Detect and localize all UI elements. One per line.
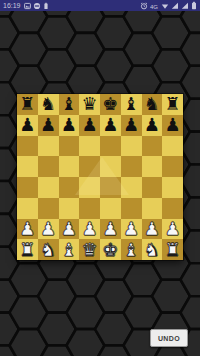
square-f5[interactable] bbox=[121, 156, 142, 177]
square-e1[interactable]: ♚ bbox=[100, 239, 121, 260]
status-bar-left: 16:19 bbox=[3, 0, 49, 11]
piece-black-bishop: ♝ bbox=[61, 95, 77, 113]
square-f8[interactable]: ♝ bbox=[121, 94, 142, 115]
square-d1[interactable]: ♛ bbox=[79, 239, 100, 260]
square-g5[interactable] bbox=[142, 156, 163, 177]
square-h2[interactable]: ♟ bbox=[162, 219, 183, 240]
wifi-icon bbox=[161, 2, 169, 10]
square-a3[interactable] bbox=[17, 198, 38, 219]
battery-notification-icon bbox=[43, 2, 49, 10]
piece-white-rook: ♜ bbox=[165, 241, 181, 259]
piece-black-rook: ♜ bbox=[19, 95, 35, 113]
piece-black-pawn: ♟ bbox=[82, 116, 98, 134]
square-b5[interactable] bbox=[38, 156, 59, 177]
square-c5[interactable] bbox=[59, 156, 80, 177]
square-g1[interactable]: ♞ bbox=[142, 239, 163, 260]
piece-black-rook: ♜ bbox=[165, 95, 181, 113]
piece-white-knight: ♞ bbox=[144, 241, 160, 259]
piece-black-pawn: ♟ bbox=[165, 116, 181, 134]
square-g6[interactable] bbox=[142, 136, 163, 157]
piece-white-queen: ♛ bbox=[82, 241, 98, 259]
square-e3[interactable] bbox=[100, 198, 121, 219]
piece-black-knight: ♞ bbox=[144, 95, 160, 113]
square-d4[interactable] bbox=[79, 177, 100, 198]
piece-black-pawn: ♟ bbox=[102, 116, 118, 134]
square-a8[interactable]: ♜ bbox=[17, 94, 38, 115]
square-f6[interactable] bbox=[121, 136, 142, 157]
square-e2[interactable]: ♟ bbox=[100, 219, 121, 240]
square-c8[interactable]: ♝ bbox=[59, 94, 80, 115]
square-g3[interactable] bbox=[142, 198, 163, 219]
square-b1[interactable]: ♞ bbox=[38, 239, 59, 260]
square-g7[interactable]: ♟ bbox=[142, 115, 163, 136]
square-h5[interactable] bbox=[162, 156, 183, 177]
piece-black-bishop: ♝ bbox=[123, 95, 139, 113]
square-h6[interactable] bbox=[162, 136, 183, 157]
chess-board: ♜♞♝♛♚♝♞♜♟♟♟♟♟♟♟♟♟♟♟♟♟♟♟♟♜♞♝♛♚♝♞♜ bbox=[17, 94, 183, 260]
status-time: 16:19 bbox=[3, 0, 21, 11]
battery-icon bbox=[191, 1, 197, 10]
square-d7[interactable]: ♟ bbox=[79, 115, 100, 136]
piece-black-pawn: ♟ bbox=[40, 116, 56, 134]
piece-white-pawn: ♟ bbox=[144, 220, 160, 238]
square-c1[interactable]: ♝ bbox=[59, 239, 80, 260]
square-e5[interactable] bbox=[100, 156, 121, 177]
image-notification-icon bbox=[24, 2, 31, 10]
piece-black-pawn: ♟ bbox=[19, 116, 35, 134]
piece-white-pawn: ♟ bbox=[123, 220, 139, 238]
piece-black-pawn: ♟ bbox=[144, 116, 160, 134]
square-a1[interactable]: ♜ bbox=[17, 239, 38, 260]
square-c7[interactable]: ♟ bbox=[59, 115, 80, 136]
piece-white-pawn: ♟ bbox=[40, 220, 56, 238]
piece-black-pawn: ♟ bbox=[61, 116, 77, 134]
undo-button[interactable]: UNDO bbox=[150, 329, 188, 347]
square-b2[interactable]: ♟ bbox=[38, 219, 59, 240]
square-g2[interactable]: ♟ bbox=[142, 219, 163, 240]
square-a6[interactable] bbox=[17, 136, 38, 157]
square-a7[interactable]: ♟ bbox=[17, 115, 38, 136]
piece-white-pawn: ♟ bbox=[61, 220, 77, 238]
square-e7[interactable]: ♟ bbox=[100, 115, 121, 136]
square-h3[interactable] bbox=[162, 198, 183, 219]
piece-white-pawn: ♟ bbox=[19, 220, 35, 238]
square-f3[interactable] bbox=[121, 198, 142, 219]
square-b3[interactable] bbox=[38, 198, 59, 219]
alarm-icon bbox=[140, 2, 148, 10]
piece-white-rook: ♜ bbox=[19, 241, 35, 259]
square-d3[interactable] bbox=[79, 198, 100, 219]
square-c3[interactable] bbox=[59, 198, 80, 219]
square-f4[interactable] bbox=[121, 177, 142, 198]
square-c4[interactable] bbox=[59, 177, 80, 198]
square-h7[interactable]: ♟ bbox=[162, 115, 183, 136]
square-c6[interactable] bbox=[59, 136, 80, 157]
piece-white-bishop: ♝ bbox=[61, 241, 77, 259]
piece-black-knight: ♞ bbox=[40, 95, 56, 113]
phone-screen: 16:19 4G bbox=[0, 0, 200, 356]
square-b4[interactable] bbox=[38, 177, 59, 198]
square-d6[interactable] bbox=[79, 136, 100, 157]
square-h4[interactable] bbox=[162, 177, 183, 198]
square-d8[interactable]: ♛ bbox=[79, 94, 100, 115]
square-f7[interactable]: ♟ bbox=[121, 115, 142, 136]
square-h8[interactable]: ♜ bbox=[162, 94, 183, 115]
piece-white-knight: ♞ bbox=[40, 241, 56, 259]
square-g4[interactable] bbox=[142, 177, 163, 198]
piece-black-pawn: ♟ bbox=[123, 116, 139, 134]
do-not-disturb-icon bbox=[33, 2, 41, 10]
square-d5[interactable] bbox=[79, 156, 100, 177]
square-e6[interactable] bbox=[100, 136, 121, 157]
square-a2[interactable]: ♟ bbox=[17, 219, 38, 240]
square-e8[interactable]: ♚ bbox=[100, 94, 121, 115]
square-g8[interactable]: ♞ bbox=[142, 94, 163, 115]
square-c2[interactable]: ♟ bbox=[59, 219, 80, 240]
square-b6[interactable] bbox=[38, 136, 59, 157]
square-b8[interactable]: ♞ bbox=[38, 94, 59, 115]
status-bar: 16:19 4G bbox=[0, 0, 200, 11]
square-a4[interactable] bbox=[17, 177, 38, 198]
square-b7[interactable]: ♟ bbox=[38, 115, 59, 136]
signal-sim1-icon bbox=[171, 2, 179, 10]
piece-white-pawn: ♟ bbox=[102, 220, 118, 238]
piece-black-queen: ♛ bbox=[82, 95, 98, 113]
piece-white-pawn: ♟ bbox=[165, 220, 181, 238]
square-a5[interactable] bbox=[17, 156, 38, 177]
square-f1[interactable]: ♝ bbox=[121, 239, 142, 260]
piece-white-pawn: ♟ bbox=[82, 220, 98, 238]
piece-white-bishop: ♝ bbox=[123, 241, 139, 259]
svg-text:4G: 4G bbox=[150, 3, 158, 9]
network-4g-icon: 4G bbox=[150, 2, 159, 10]
square-e4[interactable] bbox=[100, 177, 121, 198]
piece-white-king: ♚ bbox=[102, 241, 118, 259]
square-f2[interactable]: ♟ bbox=[121, 219, 142, 240]
square-h1[interactable]: ♜ bbox=[162, 239, 183, 260]
square-d2[interactable]: ♟ bbox=[79, 219, 100, 240]
signal-sim2-icon bbox=[181, 2, 189, 10]
piece-black-king: ♚ bbox=[102, 95, 118, 113]
status-bar-right: 4G bbox=[140, 1, 197, 10]
